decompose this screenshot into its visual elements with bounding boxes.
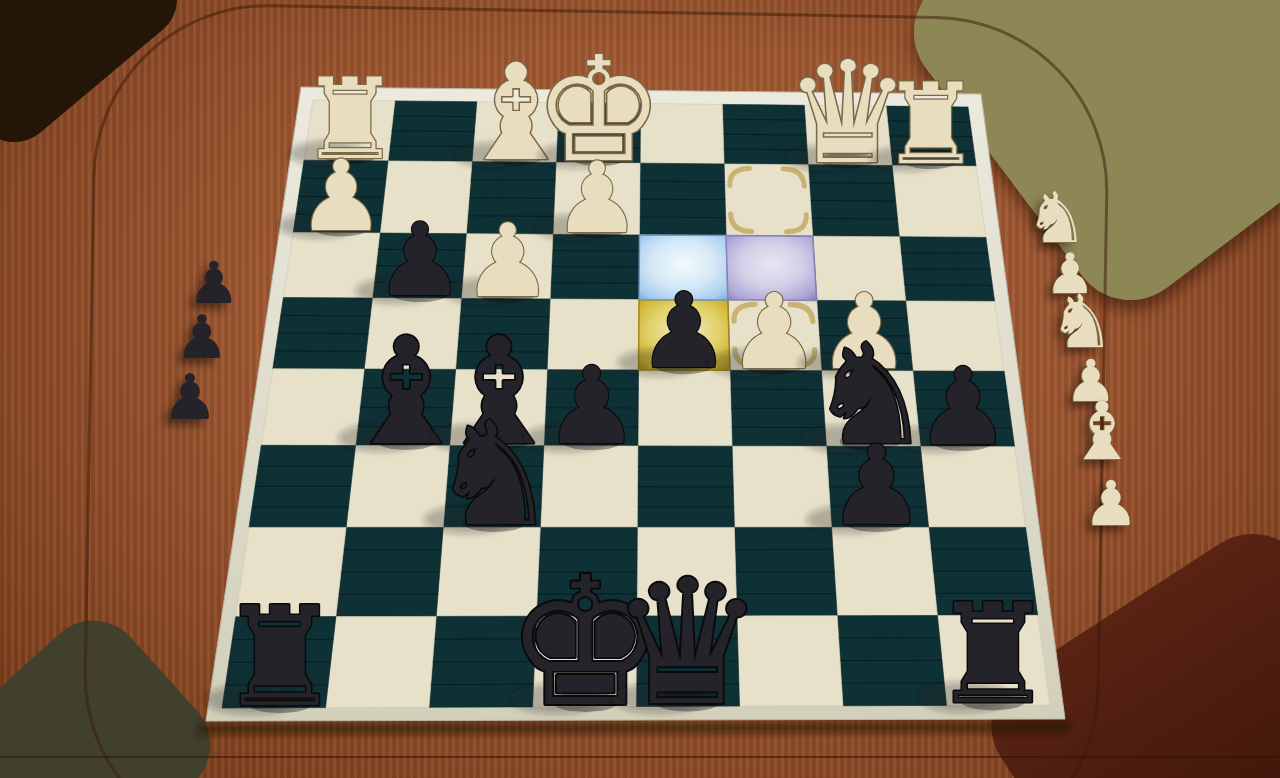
square-g8[interactable] <box>326 616 437 707</box>
captured-black-pawn: ♟ <box>175 307 229 367</box>
piece-black-knight-f6[interactable]: ♞ <box>430 391 558 558</box>
piece-black-queen-d8[interactable]: ♛ <box>610 542 765 744</box>
square-grain <box>901 253 988 254</box>
piece-white-rook-a1[interactable]: ♜ <box>880 59 980 189</box>
captured-black-pawn: ♟ <box>162 366 218 429</box>
game-scene: ♜♝♚♛♜♟♟♟♟♟♟♟♝♝♟♞♟♞♟♜♚♛♜ ♟♟♟ ♞♟♞♟♝♟ <box>0 0 1280 778</box>
piece-white-pawn-c4[interactable]: ♟ <box>727 271 820 393</box>
square-grain <box>812 218 898 219</box>
captured-white-bishop: ♝ <box>1066 392 1138 472</box>
piece-black-pawn-d4[interactable]: ♟ <box>637 270 730 392</box>
piece-black-pawn-a5[interactable]: ♟ <box>915 345 1011 469</box>
piece-white-pawn-f3[interactable]: ♟ <box>462 202 553 320</box>
piece-white-pawn-h2[interactable]: ♟ <box>297 139 385 253</box>
piece-black-pawn-g3[interactable]: ♟ <box>375 201 466 319</box>
square-grain <box>903 269 991 270</box>
square-grain <box>552 267 640 268</box>
square-grain <box>551 283 639 284</box>
piece-black-rook-h8[interactable]: ♜ <box>218 577 342 738</box>
square-grain <box>810 200 895 201</box>
piece-black-rook-a8[interactable]: ♜ <box>931 574 1055 735</box>
square-grain <box>904 285 992 286</box>
square-grain <box>469 198 554 199</box>
captured-white-pawn: ♟ <box>1083 473 1139 535</box>
piece-white-pawn-e2[interactable]: ♟ <box>553 141 641 255</box>
square-grain <box>640 217 726 218</box>
square-grain <box>640 199 725 200</box>
piece-black-pawn-b6[interactable]: ♟ <box>827 422 926 550</box>
